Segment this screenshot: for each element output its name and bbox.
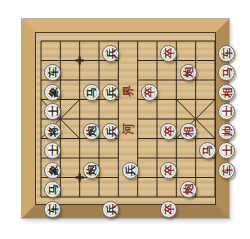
xiangqi-piece-red-卒[interactable]: 卒	[160, 45, 177, 62]
xiangqi-piece-black-士[interactable]: 士	[44, 142, 61, 159]
piece-glyph: 象	[48, 165, 59, 176]
xiangqi-piece-red-帅[interactable]: 帅	[218, 123, 235, 140]
xiangqi-piece-red-炮[interactable]: 炮	[180, 181, 197, 198]
xiangqi-piece-red-相[interactable]: 相	[180, 123, 197, 140]
piece-glyph: 兵	[106, 126, 117, 137]
piece-glyph: 炮	[183, 67, 194, 78]
xiangqi-piece-red-卒[interactable]: 卒	[141, 84, 158, 101]
board-frame: 界 河 车象士将士象马车马炮炮兵兵兵兵兵车马相士帅士车马相炮炮卒卒卒卒卒	[22, 19, 229, 218]
piece-glyph: 马	[48, 184, 59, 195]
xiangqi-piece-black-象[interactable]: 象	[44, 84, 61, 101]
piece-glyph: 炮	[86, 126, 97, 137]
piece-glyph: 炮	[86, 165, 97, 176]
piece-glyph: 车	[222, 48, 233, 59]
piece-glyph: 相	[222, 87, 233, 98]
xiangqi-piece-black-兵[interactable]: 兵	[122, 162, 139, 179]
xiangqi-piece-red-卒[interactable]: 卒	[160, 162, 177, 179]
piece-glyph: 卒	[164, 165, 175, 176]
piece-glyph: 兵	[106, 204, 117, 215]
xiangqi-piece-red-马[interactable]: 马	[218, 64, 235, 81]
piece-glyph: 车	[48, 204, 59, 215]
piece-glyph: 士	[48, 106, 59, 117]
xiangqi-piece-black-马[interactable]: 马	[44, 181, 61, 198]
piece-glyph: 卒	[144, 87, 155, 98]
piece-glyph: 相	[183, 126, 194, 137]
xiangqi-piece-red-车[interactable]: 车	[218, 45, 235, 62]
xiangqi-piece-red-士[interactable]: 士	[218, 142, 235, 159]
xiangqi-piece-black-炮[interactable]: 炮	[83, 123, 100, 140]
piece-glyph: 兵	[106, 48, 117, 59]
piece-glyph: 马	[222, 67, 233, 78]
piece-glyph: 士	[222, 145, 233, 156]
xiangqi-piece-red-相[interactable]: 相	[218, 84, 235, 101]
xiangqi-piece-black-兵[interactable]: 兵	[102, 201, 119, 218]
xiangqi-piece-red-马[interactable]: 马	[199, 142, 216, 159]
piece-glyph: 帅	[222, 126, 233, 137]
xiangqi-piece-black-车[interactable]: 车	[44, 64, 61, 81]
xiangqi-piece-black-象[interactable]: 象	[44, 162, 61, 179]
piece-glyph: 马	[202, 145, 213, 156]
piece-glyph: 象	[48, 87, 59, 98]
xiangqi-piece-red-卒[interactable]: 卒	[160, 201, 177, 218]
xiangqi-piece-black-炮[interactable]: 炮	[83, 162, 100, 179]
xiangqi-piece-red-士[interactable]: 士	[218, 103, 235, 120]
piece-glyph: 炮	[183, 184, 194, 195]
piece-glyph: 车	[48, 67, 59, 78]
xiangqi-piece-black-士[interactable]: 士	[44, 103, 61, 120]
xiangqi-piece-black-车[interactable]: 车	[44, 201, 61, 218]
piece-grid: 车象士将士象马车马炮炮兵兵兵兵兵车马相士帅士车马相炮炮卒卒卒卒卒	[43, 43, 236, 219]
piece-glyph: 卒	[164, 48, 175, 59]
piece-glyph: 士	[222, 106, 233, 117]
piece-glyph: 兵	[125, 165, 136, 176]
xiangqi-piece-black-兵[interactable]: 兵	[102, 45, 119, 62]
xiangqi-screenshot: 界 河 车象士将士象马车马炮炮兵兵兵兵兵车马相士帅士车马相炮炮卒卒卒卒卒	[0, 0, 250, 239]
xiangqi-piece-black-兵[interactable]: 兵	[102, 123, 119, 140]
piece-glyph: 将	[48, 126, 59, 137]
xiangqi-piece-black-马[interactable]: 马	[83, 84, 100, 101]
piece-glyph: 车	[222, 165, 233, 176]
piece-glyph: 马	[86, 87, 97, 98]
xiangqi-piece-black-将[interactable]: 将	[44, 123, 61, 140]
piece-glyph: 士	[48, 145, 59, 156]
piece-glyph: 卒	[164, 126, 175, 137]
xiangqi-piece-black-兵[interactable]: 兵	[102, 84, 119, 101]
piece-glyph: 兵	[106, 87, 117, 98]
piece-glyph: 卒	[164, 204, 175, 215]
xiangqi-piece-red-车[interactable]: 车	[218, 162, 235, 179]
xiangqi-piece-red-炮[interactable]: 炮	[180, 64, 197, 81]
xiangqi-piece-red-卒[interactable]: 卒	[160, 123, 177, 140]
